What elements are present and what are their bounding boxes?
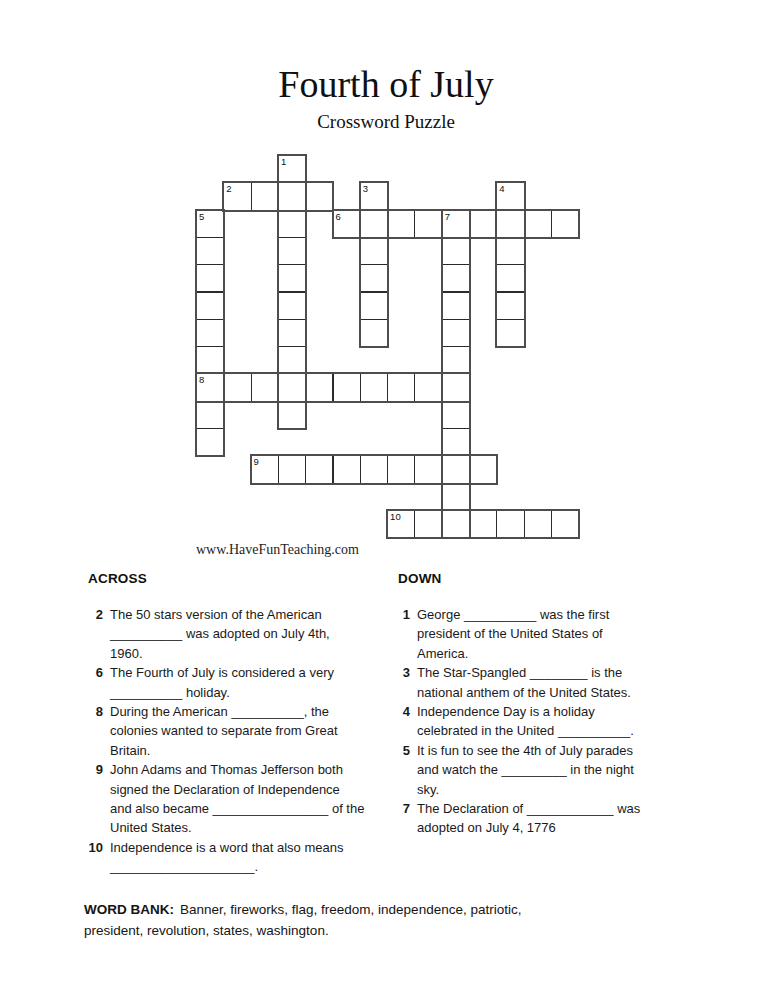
cell-r8c1[interactable] bbox=[223, 373, 251, 401]
cell-r8c0[interactable]: 8 bbox=[196, 373, 224, 401]
cell-r8c8[interactable] bbox=[414, 373, 442, 401]
cell-number: 4 bbox=[499, 183, 504, 194]
cell-r8c9[interactable] bbox=[442, 373, 470, 401]
cell-number: 3 bbox=[363, 183, 368, 194]
cell-r2c10[interactable] bbox=[469, 210, 497, 238]
cell-r1c2[interactable] bbox=[251, 182, 279, 210]
cell-r3c11[interactable] bbox=[496, 237, 524, 265]
cell-r6c3[interactable] bbox=[278, 319, 306, 347]
cell-r13c10[interactable] bbox=[469, 510, 497, 538]
cell-r8c7[interactable] bbox=[387, 373, 415, 401]
down-heading: DOWN bbox=[398, 571, 442, 586]
cell-r2c0[interactable]: 5 bbox=[196, 210, 224, 238]
clue-down-3: 3The Star-Spangled ________ is the natio… bbox=[396, 663, 701, 702]
clue-across-10: 10Independence is a word that also means… bbox=[84, 838, 389, 877]
cell-r3c0[interactable] bbox=[196, 237, 224, 265]
cell-r11c4[interactable] bbox=[305, 455, 333, 483]
cell-r10c0[interactable] bbox=[196, 428, 224, 456]
cell-r2c7[interactable] bbox=[387, 210, 415, 238]
cell-r2c12[interactable] bbox=[524, 210, 552, 238]
clue-text: The 50 stars version of the American ___… bbox=[110, 605, 330, 663]
clue-number: 2 bbox=[84, 605, 110, 624]
cell-r2c11[interactable] bbox=[496, 210, 524, 238]
cell-r13c11[interactable] bbox=[496, 510, 524, 538]
cell-r11c10[interactable] bbox=[469, 455, 497, 483]
cell-r1c11[interactable]: 4 bbox=[496, 182, 524, 210]
cell-r8c2[interactable] bbox=[251, 373, 279, 401]
cell-r3c6[interactable] bbox=[360, 237, 388, 265]
cell-r2c13[interactable] bbox=[551, 210, 579, 238]
clue-number: 7 bbox=[396, 799, 417, 818]
cell-r4c3[interactable] bbox=[278, 264, 306, 292]
cell-r8c3[interactable] bbox=[278, 373, 306, 401]
clue-number: 6 bbox=[84, 663, 110, 682]
cell-r5c9[interactable] bbox=[442, 292, 470, 320]
page-title: Fourth of July bbox=[0, 63, 772, 106]
cell-r2c6[interactable] bbox=[360, 210, 388, 238]
cell-r1c4[interactable] bbox=[305, 182, 333, 210]
cell-number: 10 bbox=[390, 511, 401, 522]
cell-number: 6 bbox=[336, 211, 341, 222]
cell-r6c0[interactable] bbox=[196, 319, 224, 347]
cell-r11c3[interactable] bbox=[278, 455, 306, 483]
cell-r9c9[interactable] bbox=[442, 401, 470, 429]
cell-r8c5[interactable] bbox=[333, 373, 361, 401]
cell-r5c0[interactable] bbox=[196, 292, 224, 320]
clue-down-1: 1George __________ was the first preside… bbox=[396, 605, 701, 663]
cell-r3c3[interactable] bbox=[278, 237, 306, 265]
cell-r2c3[interactable] bbox=[278, 210, 306, 238]
word-bank-label: WORD BANK: bbox=[84, 902, 174, 917]
cell-r1c3[interactable] bbox=[278, 182, 306, 210]
cell-number: 5 bbox=[199, 211, 204, 222]
website-credit: www.HaveFunTeaching.com bbox=[196, 542, 359, 558]
clue-text: The Fourth of July is considered a very … bbox=[110, 663, 334, 702]
clue-number: 10 bbox=[84, 838, 110, 857]
cell-r1c1[interactable]: 2 bbox=[223, 182, 251, 210]
cell-r8c6[interactable] bbox=[360, 373, 388, 401]
cell-number: 8 bbox=[199, 374, 204, 385]
clue-text: It is fun to see the 4th of July parades… bbox=[417, 741, 634, 799]
cell-r6c9[interactable] bbox=[442, 319, 470, 347]
cell-r1c6[interactable]: 3 bbox=[360, 182, 388, 210]
clue-text: Independence Day is a holiday celebrated… bbox=[417, 702, 634, 741]
cell-number: 7 bbox=[445, 211, 450, 222]
clue-down-4: 4Independence Day is a holiday celebrate… bbox=[396, 702, 701, 741]
cell-r12c9[interactable] bbox=[442, 483, 470, 511]
clue-across-6: 6The Fourth of July is considered a very… bbox=[84, 663, 389, 702]
cell-r5c6[interactable] bbox=[360, 292, 388, 320]
across-heading: ACROSS bbox=[88, 571, 147, 586]
clue-across-9: 9John Adams and Thomas Jefferson both si… bbox=[84, 760, 389, 838]
cell-r7c0[interactable] bbox=[196, 346, 224, 374]
clue-number: 8 bbox=[84, 702, 110, 721]
across-clue-list: 2The 50 stars version of the American __… bbox=[84, 605, 389, 877]
cell-r3c9[interactable] bbox=[442, 237, 470, 265]
cell-r13c9[interactable] bbox=[442, 510, 470, 538]
cell-r13c7[interactable]: 10 bbox=[387, 510, 415, 538]
down-clue-list: 1George __________ was the first preside… bbox=[396, 605, 701, 838]
crossword-grid: 12345678910 bbox=[196, 155, 581, 540]
cell-r8c4[interactable] bbox=[305, 373, 333, 401]
clue-text: During the American __________, the colo… bbox=[110, 702, 338, 760]
cell-r13c8[interactable] bbox=[414, 510, 442, 538]
clue-number: 1 bbox=[396, 605, 417, 624]
cell-r4c9[interactable] bbox=[442, 264, 470, 292]
cell-r4c0[interactable] bbox=[196, 264, 224, 292]
clue-text: The Star-Spangled ________ is the nation… bbox=[417, 663, 631, 702]
cell-r5c3[interactable] bbox=[278, 292, 306, 320]
clue-number: 5 bbox=[396, 741, 417, 760]
cell-r11c7[interactable] bbox=[387, 455, 415, 483]
cell-r4c11[interactable] bbox=[496, 264, 524, 292]
cell-r11c6[interactable] bbox=[360, 455, 388, 483]
cell-r0c3[interactable]: 1 bbox=[278, 155, 306, 183]
cell-r2c8[interactable] bbox=[414, 210, 442, 238]
cell-number: 9 bbox=[254, 456, 259, 467]
clue-number: 9 bbox=[84, 760, 110, 779]
cell-r2c5[interactable]: 6 bbox=[333, 210, 361, 238]
clue-down-7: 7The Declaration of ____________ was ado… bbox=[396, 799, 701, 838]
clue-number: 4 bbox=[396, 702, 417, 721]
cell-r11c2[interactable]: 9 bbox=[251, 455, 279, 483]
cell-r9c0[interactable] bbox=[196, 401, 224, 429]
cell-number: 2 bbox=[226, 183, 231, 194]
cell-r13c13[interactable] bbox=[551, 510, 579, 538]
cell-r13c12[interactable] bbox=[524, 510, 552, 538]
clue-text: Independence is a word that also means _… bbox=[110, 838, 343, 877]
cell-r2c9[interactable]: 7 bbox=[442, 210, 470, 238]
cell-r11c8[interactable] bbox=[414, 455, 442, 483]
clue-text: George __________ was the first presiden… bbox=[417, 605, 609, 663]
clue-text: John Adams and Thomas Jefferson both sig… bbox=[110, 760, 364, 838]
cell-r5c11[interactable] bbox=[496, 292, 524, 320]
cell-r11c9[interactable] bbox=[442, 455, 470, 483]
cell-r11c5[interactable] bbox=[333, 455, 361, 483]
cell-r6c11[interactable] bbox=[496, 319, 524, 347]
cell-r7c3[interactable] bbox=[278, 346, 306, 374]
worksheet-page: Fourth of July Crossword Puzzle 12345678… bbox=[0, 0, 772, 1000]
clue-across-8: 8During the American __________, the col… bbox=[84, 702, 389, 760]
clue-number: 3 bbox=[396, 663, 417, 682]
cell-r10c9[interactable] bbox=[442, 428, 470, 456]
page-subtitle: Crossword Puzzle bbox=[0, 111, 772, 133]
cell-number: 1 bbox=[281, 156, 286, 167]
cell-r6c6[interactable] bbox=[360, 319, 388, 347]
cell-r7c9[interactable] bbox=[442, 346, 470, 374]
word-bank: WORD BANK:Banner, fireworks, flag, freed… bbox=[84, 900, 704, 941]
cell-r9c3[interactable] bbox=[278, 401, 306, 429]
cell-r4c6[interactable] bbox=[360, 264, 388, 292]
clue-down-5: 5It is fun to see the 4th of July parade… bbox=[396, 741, 701, 799]
clue-text: The Declaration of ____________ was adop… bbox=[417, 799, 640, 838]
clue-across-2: 2The 50 stars version of the American __… bbox=[84, 605, 389, 663]
